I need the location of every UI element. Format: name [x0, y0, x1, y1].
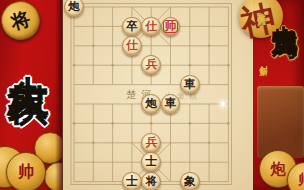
- piece-char: 象: [184, 176, 196, 188]
- piece-char: 兵: [145, 137, 157, 149]
- photo-piece-char: 帅: [298, 171, 304, 189]
- piece-black-将[interactable]: 将: [141, 172, 161, 190]
- general-piece-char: 将: [8, 5, 33, 35]
- piece-char: 将: [145, 176, 157, 188]
- piece-red-兵[interactable]: 兵: [141, 133, 161, 153]
- piece-black-炮[interactable]: 炮: [141, 94, 161, 114]
- piece-red-帅[interactable]: 帅: [161, 17, 181, 37]
- piece-char: 車: [184, 79, 196, 91]
- xiangqi-board[interactable]: 楚河 大象棋 炮卒仕帅仕兵車炮車兵士士将象: [62, 0, 255, 190]
- piece-char: 仕: [145, 21, 157, 33]
- channel-title: 大象棋: [7, 42, 49, 188]
- piece-char: 炮: [68, 1, 80, 13]
- general-piece-logo: 将: [0, 0, 45, 45]
- panel-board-divider: [55, 0, 63, 190]
- piece-red-兵[interactable]: 兵: [141, 55, 161, 75]
- byline-author: 象棋大师: [256, 5, 268, 13]
- piece-char: 士: [126, 176, 138, 188]
- piece-char: 兵: [145, 59, 157, 71]
- left-panel: 将 帅 大象棋: [0, 0, 62, 190]
- piece-black-炮[interactable]: 炮: [64, 0, 84, 17]
- video-title: 中炮对屏风马: [272, 5, 298, 187]
- piece-black-卒[interactable]: 卒: [122, 17, 142, 37]
- sparkle-dot: [221, 102, 225, 106]
- piece-black-車[interactable]: 車: [161, 94, 181, 114]
- video-thumbnail[interactable]: 将 帅 大象棋: [0, 0, 304, 190]
- piece-char: 卒: [126, 21, 138, 33]
- piece-char: 仕: [126, 40, 138, 52]
- piece-char: 車: [165, 98, 177, 110]
- piece-char: 炮: [145, 98, 157, 110]
- byline-label: 创新: [258, 58, 270, 62]
- piece-char: 帅: [163, 20, 179, 34]
- piece-char: 士: [145, 156, 157, 168]
- piece-black-士[interactable]: 士: [122, 172, 142, 190]
- pieces-layer: 炮卒仕帅仕兵車炮車兵士士将象: [64, 0, 238, 190]
- piece-red-仕[interactable]: 仕: [141, 17, 161, 37]
- piece-red-仕[interactable]: 仕: [122, 36, 142, 56]
- piece-black-車[interactable]: 車: [180, 75, 200, 95]
- piece-black-象[interactable]: 象: [180, 172, 200, 190]
- right-panel: 神 炮 帅 象棋大师 创新 中炮对屏风马: [253, 0, 304, 190]
- piece-black-士[interactable]: 士: [141, 152, 161, 172]
